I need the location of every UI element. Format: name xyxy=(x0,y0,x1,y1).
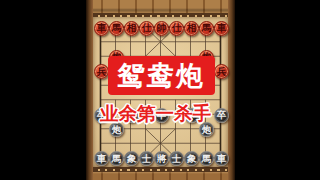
piece-glyph: 車 xyxy=(97,154,107,164)
piece-red-兵[interactable]: 兵 xyxy=(94,64,109,79)
piece-glyph: 車 xyxy=(217,154,227,164)
title-badge: 鸳鸯炮 xyxy=(108,56,215,95)
piece-black-士[interactable]: 士 xyxy=(139,151,154,166)
piece-black-馬[interactable]: 馬 xyxy=(109,151,124,166)
piece-red-馬[interactable]: 馬 xyxy=(199,21,214,36)
piece-glyph: 兵 xyxy=(97,67,107,77)
piece-red-仕[interactable]: 仕 xyxy=(169,21,184,36)
piece-glyph: 相 xyxy=(127,23,137,33)
piece-glyph: 士 xyxy=(142,154,152,164)
piece-glyph: 相 xyxy=(187,23,197,33)
piece-glyph: 馬 xyxy=(112,154,122,164)
wood-rail-right xyxy=(228,0,235,180)
piece-red-相[interactable]: 相 xyxy=(184,21,199,36)
piece-red-馬[interactable]: 馬 xyxy=(109,21,124,36)
piece-glyph: 卒 xyxy=(217,110,227,120)
piece-red-兵[interactable]: 兵 xyxy=(214,64,229,79)
piece-red-相[interactable]: 相 xyxy=(124,21,139,36)
piece-glyph: 馬 xyxy=(112,23,122,33)
piece-glyph: 車 xyxy=(217,23,227,33)
piece-glyph: 仕 xyxy=(172,23,182,33)
piece-black-象[interactable]: 象 xyxy=(124,151,139,166)
video-frame: 楚河 漢界 車馬相仕帥仕相馬車炮炮兵兵兵兵兵卒卒卒卒卒炮炮車馬象士將士象馬車 鸳… xyxy=(86,0,235,180)
subtitle-text: 业余第一杀手 xyxy=(97,101,214,126)
piece-glyph: 馬 xyxy=(202,23,212,33)
piece-red-車[interactable]: 車 xyxy=(214,21,229,36)
piece-black-卒[interactable]: 卒 xyxy=(214,108,229,123)
piece-black-士[interactable]: 士 xyxy=(169,151,184,166)
piece-black-車[interactable]: 車 xyxy=(214,151,229,166)
piece-glyph: 炮 xyxy=(112,125,122,135)
piece-glyph: 兵 xyxy=(217,67,227,77)
piece-glyph: 車 xyxy=(97,23,107,33)
piece-black-車[interactable]: 車 xyxy=(94,151,109,166)
piece-glyph: 象 xyxy=(127,154,137,164)
title-text: 鸳鸯炮 xyxy=(118,58,205,94)
piece-black-將[interactable]: 將 xyxy=(154,151,169,166)
wood-plank-bottom xyxy=(86,172,235,180)
piece-glyph: 馬 xyxy=(202,154,212,164)
piece-glyph: 象 xyxy=(187,154,197,164)
wood-rail-left xyxy=(86,0,93,180)
piece-glyph: 炮 xyxy=(202,125,212,135)
piece-glyph: 仕 xyxy=(142,23,152,33)
piece-black-馬[interactable]: 馬 xyxy=(199,151,214,166)
piece-glyph: 將 xyxy=(157,154,167,164)
piece-glyph: 士 xyxy=(172,154,182,164)
piece-red-帥[interactable]: 帥 xyxy=(154,21,169,36)
piece-black-象[interactable]: 象 xyxy=(184,151,199,166)
piece-red-車[interactable]: 車 xyxy=(94,21,109,36)
piece-glyph: 帥 xyxy=(157,23,167,33)
piece-red-仕[interactable]: 仕 xyxy=(139,21,154,36)
